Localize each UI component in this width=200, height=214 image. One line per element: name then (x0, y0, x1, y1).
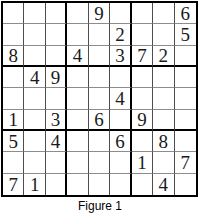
cell-r5-c1 (3, 88, 24, 109)
cell-r3-c7: 7 (132, 46, 153, 67)
cell-r6-c8 (153, 110, 174, 131)
cell-r8-c2 (24, 152, 45, 173)
cell-r1-c7 (132, 3, 153, 24)
cell-r3-c9 (175, 46, 196, 67)
cell-r9-c7 (132, 174, 153, 195)
cell-r2-c7 (132, 24, 153, 45)
cell-r2-c2 (24, 24, 45, 45)
cell-r7-c3: 4 (46, 131, 67, 152)
cell-r7-c5 (89, 131, 110, 152)
cell-r4-c8 (153, 67, 174, 88)
cell-r7-c1: 5 (3, 131, 24, 152)
cell-r1-c8 (153, 3, 174, 24)
cell-r6-c3: 3 (46, 110, 67, 131)
cell-r2-c9: 5 (175, 24, 196, 45)
cell-r9-c6 (110, 174, 131, 195)
cell-r7-c6: 6 (110, 131, 131, 152)
cell-r7-c2 (24, 131, 45, 152)
cell-r9-c9 (175, 174, 196, 195)
cell-r9-c4 (67, 174, 88, 195)
cell-r5-c4 (67, 88, 88, 109)
cell-r1-c9: 6 (175, 3, 196, 24)
cell-r3-c2 (24, 46, 45, 67)
cell-r9-c8: 4 (153, 174, 174, 195)
cell-r4-c2: 4 (24, 67, 45, 88)
cell-r6-c1: 1 (3, 110, 24, 131)
cell-r5-c7 (132, 88, 153, 109)
cell-r7-c9 (175, 131, 196, 152)
cell-r4-c9 (175, 67, 196, 88)
cell-r3-c8: 2 (153, 46, 174, 67)
cell-r1-c1 (3, 3, 24, 24)
cell-r3-c5 (89, 46, 110, 67)
cell-r4-c5 (89, 67, 110, 88)
cell-r8-c9: 7 (175, 152, 196, 173)
cell-r7-c8: 8 (153, 131, 174, 152)
cell-r1-c5: 9 (89, 3, 110, 24)
cell-r5-c6: 4 (110, 88, 131, 109)
cell-r2-c4 (67, 24, 88, 45)
cell-r2-c3 (46, 24, 67, 45)
cell-r6-c7: 9 (132, 110, 153, 131)
cell-r1-c3 (46, 3, 67, 24)
cell-r6-c2 (24, 110, 45, 131)
figure-caption: Figure 1 (0, 199, 200, 213)
cell-r6-c4 (67, 110, 88, 131)
cell-r8-c5 (89, 152, 110, 173)
cell-r1-c6 (110, 3, 131, 24)
cell-r9-c5 (89, 174, 110, 195)
cell-r6-c6 (110, 110, 131, 131)
cell-r6-c9 (175, 110, 196, 131)
cell-r2-c5 (89, 24, 110, 45)
cell-r1-c4 (67, 3, 88, 24)
cell-r4-c6 (110, 67, 131, 88)
cell-r7-c7 (132, 131, 153, 152)
cell-r8-c3 (46, 152, 67, 173)
cell-r9-c1: 7 (3, 174, 24, 195)
cell-r8-c6 (110, 152, 131, 173)
cell-r1-c2 (24, 3, 45, 24)
cell-r4-c4 (67, 67, 88, 88)
cell-r5-c8 (153, 88, 174, 109)
cell-r3-c4: 4 (67, 46, 88, 67)
cell-r7-c4 (67, 131, 88, 152)
cell-r8-c1 (3, 152, 24, 173)
cell-r6-c5: 6 (89, 110, 110, 131)
cell-r4-c7 (132, 67, 153, 88)
sudoku-grid: 9625843724941369546817714 (1, 1, 198, 197)
sudoku-figure: 9625843724941369546817714 Figure 1 (0, 1, 200, 214)
cell-r5-c5 (89, 88, 110, 109)
cell-r9-c2: 1 (24, 174, 45, 195)
cell-r2-c8 (153, 24, 174, 45)
cell-r2-c6: 2 (110, 24, 131, 45)
cell-r3-c6: 3 (110, 46, 131, 67)
cell-r4-c1 (3, 67, 24, 88)
cell-r5-c3 (46, 88, 67, 109)
cell-r3-c1: 8 (3, 46, 24, 67)
cell-r9-c3 (46, 174, 67, 195)
cell-r4-c3: 9 (46, 67, 67, 88)
cell-r2-c1 (3, 24, 24, 45)
cell-r8-c7: 1 (132, 152, 153, 173)
cell-r5-c2 (24, 88, 45, 109)
cell-r5-c9 (175, 88, 196, 109)
cell-r8-c8 (153, 152, 174, 173)
cell-r3-c3 (46, 46, 67, 67)
cell-r8-c4 (67, 152, 88, 173)
